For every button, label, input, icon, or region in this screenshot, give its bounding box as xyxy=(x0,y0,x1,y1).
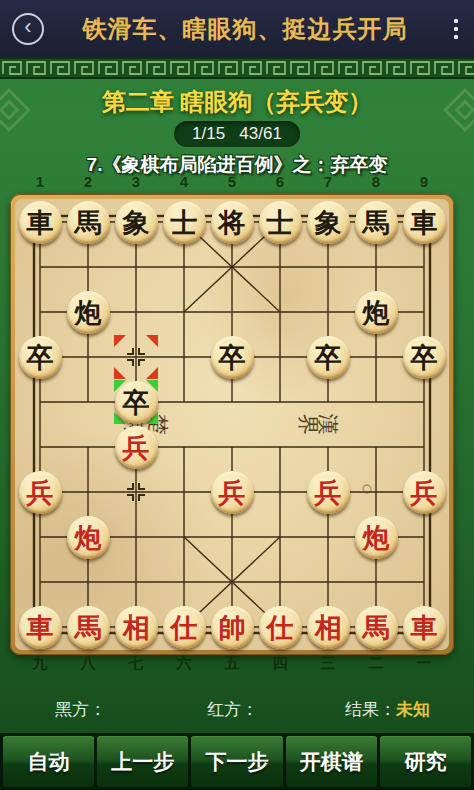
xiangqi-piece-red[interactable]: 相 xyxy=(307,606,350,649)
piece-glyph: 士 xyxy=(171,209,198,236)
piece-glyph: 仕 xyxy=(267,614,294,641)
meander-border xyxy=(0,57,474,79)
xiangqi-piece-red[interactable]: 仕 xyxy=(163,606,206,649)
page-title: 铁滑车、瞎眼狗、挺边兵开局 xyxy=(44,13,446,45)
xiangqi-piece-black[interactable]: 卒 xyxy=(211,336,254,379)
xiangqi-piece-red[interactable]: 兵 xyxy=(403,471,446,514)
file-number-bottom: 七 xyxy=(123,654,149,673)
xiangqi-piece-black[interactable]: 卒 xyxy=(19,336,62,379)
file-number-top: 4 xyxy=(171,173,197,190)
piece-glyph: 兵 xyxy=(315,479,342,506)
xiangqi-piece-red[interactable]: 車 xyxy=(19,606,62,649)
chevron-left-icon: ‹ xyxy=(24,16,31,38)
xiangqi-piece-red[interactable]: 馬 xyxy=(355,606,398,649)
xiangqi-piece-red[interactable]: 兵 xyxy=(211,471,254,514)
piece-glyph: 将 xyxy=(219,209,246,236)
piece-glyph: 馬 xyxy=(75,614,102,641)
xiangqi-piece-red[interactable]: 馬 xyxy=(67,606,110,649)
file-number-bottom: 四 xyxy=(267,654,293,673)
file-number-top: 3 xyxy=(123,173,149,190)
file-number-top: 8 xyxy=(363,173,389,190)
xiangqi-piece-black[interactable]: 象 xyxy=(115,201,158,244)
piece-glyph: 馬 xyxy=(75,209,102,236)
piece-glyph: 炮 xyxy=(75,524,102,551)
piece-glyph: 象 xyxy=(123,209,150,236)
red-player-label: 红方： xyxy=(207,698,258,721)
back-button[interactable]: ‹ xyxy=(12,13,44,45)
auto-button[interactable]: 自动 xyxy=(3,736,94,787)
piece-glyph: 兵 xyxy=(219,479,246,506)
xiangqi-piece-red[interactable]: 兵 xyxy=(19,471,62,514)
xiangqi-piece-black[interactable]: 馬 xyxy=(355,201,398,244)
action-button-bar: 自动 上一步 下一步 开棋谱 研究 xyxy=(0,733,474,790)
result-value: 未知 xyxy=(396,700,430,719)
file-number-bottom: 一 xyxy=(411,654,437,673)
xiangqi-piece-black[interactable]: 象 xyxy=(307,201,350,244)
open-game-record-button[interactable]: 开棋谱 xyxy=(286,736,377,787)
progress-badge: 1/15 43/61 xyxy=(174,121,300,147)
previous-move-button[interactable]: 上一步 xyxy=(97,736,188,787)
xiangqi-piece-red[interactable]: 相 xyxy=(115,606,158,649)
file-number-bottom: 六 xyxy=(171,654,197,673)
xiangqi-piece-red[interactable]: 炮 xyxy=(67,516,110,559)
ellipsis-dot xyxy=(454,35,458,39)
piece-glyph: 車 xyxy=(27,614,54,641)
river-text: 界 xyxy=(297,414,318,435)
file-number-bottom: 八 xyxy=(75,654,101,673)
piece-glyph: 帥 xyxy=(219,614,246,641)
xiangqi-piece-red[interactable]: 帥 xyxy=(211,606,254,649)
menu-button[interactable] xyxy=(446,19,466,39)
black-player-label: 黑方： xyxy=(55,698,106,721)
file-number-top: 6 xyxy=(267,173,293,190)
piece-glyph: 卒 xyxy=(219,344,246,371)
xiangqi-piece-black[interactable]: 炮 xyxy=(355,291,398,334)
piece-glyph: 馬 xyxy=(363,209,390,236)
piece-glyph: 炮 xyxy=(75,299,102,326)
piece-glyph: 卒 xyxy=(27,344,54,371)
piece-glyph: 車 xyxy=(27,209,54,236)
piece-glyph: 炮 xyxy=(363,524,390,551)
xiangqi-piece-red[interactable]: 兵 xyxy=(307,471,350,514)
xiangqi-piece-black[interactable]: 卒 xyxy=(403,336,446,379)
xiangqi-piece-black[interactable]: 馬 xyxy=(67,201,110,244)
xiangqi-board[interactable]: 河楚界漢車馬象士将士象馬車炮炮卒卒卒卒卒兵兵兵兵兵炮炮車馬相仕帥仕相馬車 xyxy=(10,194,454,655)
chapter-title: 第二章 瞎眼狗（弃兵变） xyxy=(0,86,474,118)
piece-glyph: 相 xyxy=(123,614,150,641)
xiangqi-piece-red[interactable]: 仕 xyxy=(259,606,302,649)
file-number-top: 1 xyxy=(27,173,53,190)
file-number-bottom: 二 xyxy=(363,654,389,673)
file-number-bottom: 九 xyxy=(27,654,53,673)
board-grid xyxy=(10,194,454,655)
piece-glyph: 士 xyxy=(267,209,294,236)
xiangqi-piece-black[interactable]: 車 xyxy=(403,201,446,244)
xiangqi-piece-black[interactable]: 炮 xyxy=(67,291,110,334)
piece-glyph: 卒 xyxy=(315,344,342,371)
ellipsis-dot xyxy=(454,27,458,31)
piece-glyph: 兵 xyxy=(411,479,438,506)
piece-glyph: 仕 xyxy=(171,614,198,641)
xiangqi-piece-black[interactable]: 士 xyxy=(259,201,302,244)
piece-glyph: 兵 xyxy=(123,434,150,461)
piece-glyph: 馬 xyxy=(363,614,390,641)
file-number-top: 5 xyxy=(219,173,245,190)
file-number-top: 9 xyxy=(411,173,437,190)
result-label: 结果：未知 xyxy=(345,698,430,721)
top-bar: ‹ 铁滑车、瞎眼狗、挺边兵开局 xyxy=(0,0,474,57)
piece-glyph: 車 xyxy=(411,209,438,236)
piece-glyph: 車 xyxy=(411,614,438,641)
piece-glyph: 相 xyxy=(315,614,342,641)
piece-glyph: 炮 xyxy=(363,299,390,326)
xiangqi-piece-black[interactable]: 車 xyxy=(19,201,62,244)
xiangqi-piece-black[interactable]: 卒 xyxy=(307,336,350,379)
xiangqi-piece-red[interactable]: 車 xyxy=(403,606,446,649)
file-number-bottom: 三 xyxy=(315,654,341,673)
file-number-top: 7 xyxy=(315,173,341,190)
piece-glyph: 卒 xyxy=(123,389,150,416)
file-number-top: 2 xyxy=(75,173,101,190)
xiangqi-piece-black[interactable]: 士 xyxy=(163,201,206,244)
piece-glyph: 卒 xyxy=(411,344,438,371)
next-move-button[interactable]: 下一步 xyxy=(191,736,282,787)
piece-glyph: 兵 xyxy=(27,479,54,506)
file-number-bottom: 五 xyxy=(219,654,245,673)
xiangqi-app: ‹ 铁滑车、瞎眼狗、挺边兵开局 第二章 瞎眼狗（ xyxy=(0,0,474,790)
ellipsis-dot xyxy=(454,19,458,23)
research-button[interactable]: 研究 xyxy=(380,736,471,787)
xiangqi-piece-black[interactable]: 卒 xyxy=(115,381,158,424)
xiangqi-piece-black[interactable]: 将 xyxy=(211,201,254,244)
xiangqi-piece-red[interactable]: 炮 xyxy=(355,516,398,559)
river-text: 漢 xyxy=(317,414,338,435)
piece-glyph: 象 xyxy=(315,209,342,236)
xiangqi-piece-red[interactable]: 兵 xyxy=(115,426,158,469)
